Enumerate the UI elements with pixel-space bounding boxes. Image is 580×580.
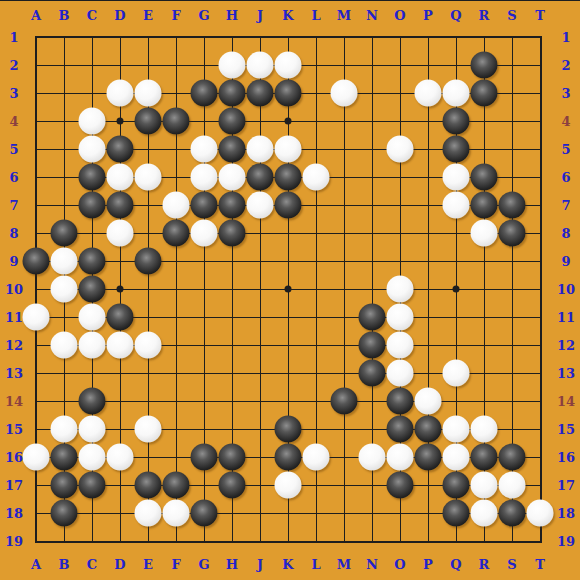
col-label-top-r: R xyxy=(479,9,490,22)
col-label-bottom-q: Q xyxy=(450,558,461,571)
row-label-left-16: 16 xyxy=(5,451,23,464)
stone-black-m14 xyxy=(331,388,358,415)
stone-black-h17 xyxy=(219,472,246,499)
stone-black-b16 xyxy=(51,444,78,471)
stone-white-r15 xyxy=(471,416,498,443)
stone-black-h5 xyxy=(219,136,246,163)
hoshi-k4 xyxy=(285,118,292,125)
stone-black-b17 xyxy=(51,472,78,499)
row-label-right-4: 4 xyxy=(561,115,570,128)
stone-black-o17 xyxy=(387,472,414,499)
stone-black-e9 xyxy=(135,248,162,275)
stone-white-o10 xyxy=(387,276,414,303)
col-label-top-g: G xyxy=(198,9,209,22)
stone-black-s18 xyxy=(499,500,526,527)
stone-white-c16 xyxy=(79,444,106,471)
col-label-top-l: L xyxy=(311,9,320,22)
stone-black-k16 xyxy=(275,444,302,471)
col-label-top-n: N xyxy=(366,9,378,22)
stone-black-q18 xyxy=(443,500,470,527)
row-label-left-10: 10 xyxy=(5,283,23,296)
stone-white-a11 xyxy=(23,304,50,331)
col-label-top-q: Q xyxy=(450,9,461,22)
stone-black-d11 xyxy=(107,304,134,331)
stone-black-d5 xyxy=(107,136,134,163)
stone-black-o15 xyxy=(387,416,414,443)
stone-black-c17 xyxy=(79,472,106,499)
stone-white-q7 xyxy=(443,192,470,219)
row-label-right-2: 2 xyxy=(561,59,570,72)
row-label-right-15: 15 xyxy=(557,423,575,436)
stone-white-b15 xyxy=(51,416,78,443)
col-label-top-f: F xyxy=(171,9,180,22)
stone-black-h4 xyxy=(219,108,246,135)
col-label-bottom-m: M xyxy=(337,558,351,571)
stone-black-j3 xyxy=(247,80,274,107)
stone-white-j7 xyxy=(247,192,274,219)
row-label-right-14: 14 xyxy=(557,395,575,408)
stone-white-e6 xyxy=(135,164,162,191)
col-label-bottom-n: N xyxy=(366,558,378,571)
stone-white-j5 xyxy=(247,136,274,163)
row-label-right-16: 16 xyxy=(557,451,575,464)
stone-black-k7 xyxy=(275,192,302,219)
stone-black-n11 xyxy=(359,304,386,331)
stone-black-k15 xyxy=(275,416,302,443)
row-label-left-5: 5 xyxy=(9,143,18,156)
row-label-left-19: 19 xyxy=(5,535,23,548)
stone-white-n16 xyxy=(359,444,386,471)
stone-white-p3 xyxy=(415,80,442,107)
stone-black-r7 xyxy=(471,192,498,219)
col-label-top-d: D xyxy=(114,9,125,22)
row-label-right-9: 9 xyxy=(561,255,570,268)
stone-white-k17 xyxy=(275,472,302,499)
row-label-left-3: 3 xyxy=(9,87,18,100)
col-label-bottom-j: J xyxy=(257,558,263,571)
stone-white-c12 xyxy=(79,332,106,359)
stone-black-g16 xyxy=(191,444,218,471)
row-label-left-15: 15 xyxy=(5,423,23,436)
stone-white-k5 xyxy=(275,136,302,163)
stone-white-l6 xyxy=(303,164,330,191)
stone-black-c6 xyxy=(79,164,106,191)
stone-white-g6 xyxy=(191,164,218,191)
stone-white-e15 xyxy=(135,416,162,443)
stone-black-r6 xyxy=(471,164,498,191)
stone-black-h8 xyxy=(219,220,246,247)
stone-black-e17 xyxy=(135,472,162,499)
stone-white-d3 xyxy=(107,80,134,107)
stone-black-j6 xyxy=(247,164,274,191)
stone-black-c7 xyxy=(79,192,106,219)
row-label-right-6: 6 xyxy=(561,171,570,184)
stone-black-d7 xyxy=(107,192,134,219)
col-label-top-h: H xyxy=(226,9,238,22)
col-label-top-k: K xyxy=(282,9,293,22)
stone-white-e18 xyxy=(135,500,162,527)
stone-white-r18 xyxy=(471,500,498,527)
stone-black-q5 xyxy=(443,136,470,163)
stone-black-e4 xyxy=(135,108,162,135)
row-label-left-6: 6 xyxy=(9,171,18,184)
row-label-right-17: 17 xyxy=(557,479,575,492)
stone-white-q3 xyxy=(443,80,470,107)
hoshi-d10 xyxy=(117,286,124,293)
col-label-bottom-s: S xyxy=(507,558,516,571)
stone-black-k3 xyxy=(275,80,302,107)
stone-white-e3 xyxy=(135,80,162,107)
col-label-top-c: C xyxy=(87,9,97,22)
stone-black-s16 xyxy=(499,444,526,471)
stone-white-c4 xyxy=(79,108,106,135)
row-label-right-3: 3 xyxy=(561,87,570,100)
row-label-right-5: 5 xyxy=(561,143,570,156)
col-label-bottom-d: D xyxy=(114,558,125,571)
col-label-top-s: S xyxy=(507,9,516,22)
stone-white-b10 xyxy=(51,276,78,303)
row-label-right-8: 8 xyxy=(561,227,570,240)
stone-white-b9 xyxy=(51,248,78,275)
stone-black-q17 xyxy=(443,472,470,499)
stone-white-f18 xyxy=(163,500,190,527)
stone-black-a9 xyxy=(23,248,50,275)
stone-white-k2 xyxy=(275,52,302,79)
stone-black-g7 xyxy=(191,192,218,219)
hoshi-k10 xyxy=(285,286,292,293)
stone-white-f7 xyxy=(163,192,190,219)
stone-black-o14 xyxy=(387,388,414,415)
stone-white-g8 xyxy=(191,220,218,247)
stone-white-d16 xyxy=(107,444,134,471)
row-label-left-2: 2 xyxy=(9,59,18,72)
stone-white-r17 xyxy=(471,472,498,499)
stone-white-j2 xyxy=(247,52,274,79)
stone-black-h16 xyxy=(219,444,246,471)
stone-white-h6 xyxy=(219,164,246,191)
row-label-left-14: 14 xyxy=(5,395,23,408)
row-label-left-8: 8 xyxy=(9,227,18,240)
stone-white-t18 xyxy=(527,500,554,527)
stone-white-d6 xyxy=(107,164,134,191)
stone-black-q4 xyxy=(443,108,470,135)
col-label-bottom-k: K xyxy=(282,558,293,571)
stone-black-c10 xyxy=(79,276,106,303)
stone-black-b18 xyxy=(51,500,78,527)
row-label-right-12: 12 xyxy=(557,339,575,352)
stone-white-c5 xyxy=(79,136,106,163)
col-label-bottom-c: C xyxy=(87,558,97,571)
col-label-top-e: E xyxy=(143,9,153,22)
stone-black-p16 xyxy=(415,444,442,471)
col-label-bottom-g: G xyxy=(198,558,209,571)
hoshi-d4 xyxy=(117,118,124,125)
col-label-top-b: B xyxy=(59,9,70,22)
stone-black-r16 xyxy=(471,444,498,471)
row-label-left-11: 11 xyxy=(5,311,23,324)
stone-white-s17 xyxy=(499,472,526,499)
stone-white-c15 xyxy=(79,416,106,443)
stone-black-b8 xyxy=(51,220,78,247)
col-label-bottom-t: T xyxy=(535,558,545,571)
stone-white-q15 xyxy=(443,416,470,443)
row-label-left-12: 12 xyxy=(5,339,23,352)
col-label-bottom-e: E xyxy=(143,558,153,571)
stone-white-o16 xyxy=(387,444,414,471)
row-label-right-7: 7 xyxy=(561,199,570,212)
stone-black-c9 xyxy=(79,248,106,275)
stone-white-p14 xyxy=(415,388,442,415)
stone-black-r3 xyxy=(471,80,498,107)
col-label-top-a: A xyxy=(31,9,41,22)
col-label-bottom-r: R xyxy=(479,558,490,571)
stone-white-g5 xyxy=(191,136,218,163)
row-label-left-4: 4 xyxy=(9,115,18,128)
row-label-left-9: 9 xyxy=(9,255,18,268)
stone-black-f4 xyxy=(163,108,190,135)
stone-black-f8 xyxy=(163,220,190,247)
row-label-right-19: 19 xyxy=(557,535,575,548)
stone-white-c11 xyxy=(79,304,106,331)
stone-black-p15 xyxy=(415,416,442,443)
stone-white-r8 xyxy=(471,220,498,247)
stone-black-g3 xyxy=(191,80,218,107)
col-label-top-m: M xyxy=(337,9,351,22)
stone-white-d12 xyxy=(107,332,134,359)
stone-white-m3 xyxy=(331,80,358,107)
col-label-top-j: J xyxy=(257,9,263,22)
col-label-bottom-o: O xyxy=(394,558,405,571)
stone-white-b12 xyxy=(51,332,78,359)
row-label-right-18: 18 xyxy=(557,507,575,520)
stone-white-o5 xyxy=(387,136,414,163)
stone-black-h7 xyxy=(219,192,246,219)
row-label-right-13: 13 xyxy=(557,367,575,380)
row-label-left-7: 7 xyxy=(9,199,18,212)
row-label-left-1: 1 xyxy=(9,31,18,44)
row-label-right-10: 10 xyxy=(557,283,575,296)
col-label-bottom-p: P xyxy=(423,558,433,571)
col-label-bottom-f: F xyxy=(171,558,180,571)
col-label-bottom-b: B xyxy=(59,558,70,571)
stone-white-d8 xyxy=(107,220,134,247)
stone-white-e12 xyxy=(135,332,162,359)
col-label-top-p: P xyxy=(423,9,433,22)
stone-black-n13 xyxy=(359,360,386,387)
stone-white-o11 xyxy=(387,304,414,331)
stone-white-q16 xyxy=(443,444,470,471)
row-label-right-1: 1 xyxy=(561,31,570,44)
row-label-left-18: 18 xyxy=(5,507,23,520)
row-label-left-17: 17 xyxy=(5,479,23,492)
stone-black-r2 xyxy=(471,52,498,79)
stone-black-f17 xyxy=(163,472,190,499)
col-label-top-t: T xyxy=(535,9,545,22)
stone-white-q13 xyxy=(443,360,470,387)
stone-black-h3 xyxy=(219,80,246,107)
col-label-top-o: O xyxy=(394,9,405,22)
col-label-bottom-h: H xyxy=(226,558,238,571)
stone-white-h2 xyxy=(219,52,246,79)
stone-black-n12 xyxy=(359,332,386,359)
stone-white-l16 xyxy=(303,444,330,471)
stone-black-c14 xyxy=(79,388,106,415)
stone-black-s8 xyxy=(499,220,526,247)
stone-black-k6 xyxy=(275,164,302,191)
stone-white-o12 xyxy=(387,332,414,359)
go-board-diagram: AABBCCDDEEFFGGHHJJKKLLMMNNOOPPQQRRSSTT11… xyxy=(0,0,580,580)
col-label-bottom-a: A xyxy=(31,558,41,571)
hoshi-q10 xyxy=(453,286,460,293)
row-label-right-11: 11 xyxy=(557,311,575,324)
stone-black-s7 xyxy=(499,192,526,219)
row-label-left-13: 13 xyxy=(5,367,23,380)
col-label-bottom-l: L xyxy=(311,558,320,571)
stone-white-o13 xyxy=(387,360,414,387)
stone-black-g18 xyxy=(191,500,218,527)
stone-white-a16 xyxy=(23,444,50,471)
stone-white-q6 xyxy=(443,164,470,191)
